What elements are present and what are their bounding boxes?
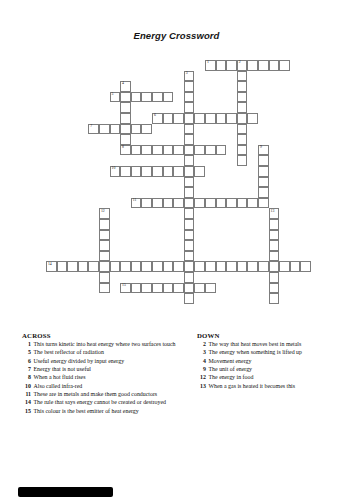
grid-cell[interactable] [120,261,131,272]
grid-cell[interactable] [258,155,269,166]
grid-cell[interactable] [99,261,110,272]
down-clue-13: 13When a gas is heated it becomes this [197,382,349,390]
grid-cell[interactable] [247,113,258,124]
grid-cell[interactable] [237,71,248,82]
grid-cell[interactable] [194,198,205,209]
clue-number: 11 [22,390,34,398]
grid-cell[interactable] [237,261,248,272]
grid-cell[interactable]: 1 [205,60,216,71]
across-clue-8: 8When a hot fluid rises [22,373,196,381]
cell-number: 13 [270,210,274,214]
grid-cell[interactable] [152,198,163,209]
grid-cell[interactable] [216,198,227,209]
clue-text: The rule that says energy cannot be crea… [34,398,197,406]
across-clue-6: 6Useful energy divided by input energy [22,357,196,365]
grid-cell[interactable] [205,198,216,209]
grid-cell[interactable] [141,145,152,156]
cell-number: 5 [111,93,113,97]
grid-cell[interactable] [184,134,195,145]
clue-text: Movement energy [209,357,350,365]
grid-cell[interactable] [131,283,142,294]
grid-cell[interactable] [173,166,184,177]
grid-cell[interactable] [269,283,280,294]
across-header: ACROSS [22,331,196,340]
grid-cell[interactable] [141,283,152,294]
clue-number: 1 [22,340,34,348]
down-clue-3: 3The energy when something is lifted up [197,348,349,356]
grid-cell[interactable] [131,145,142,156]
clue-number: 10 [22,382,34,390]
grid-cell[interactable] [120,124,131,135]
grid-cell[interactable] [184,272,195,283]
clue-text: Useful energy divided by input energy [34,357,197,365]
cell-number: 12 [101,210,105,214]
grid-cell[interactable] [163,166,174,177]
grid-cell[interactable] [57,261,68,272]
grid-cell[interactable] [141,92,152,103]
grid-cell[interactable]: 12 [99,208,110,219]
grid-cell[interactable]: 11 [131,198,142,209]
grid-cell[interactable] [163,145,174,156]
grid-cell[interactable] [99,230,110,241]
clue-number: 2 [197,340,209,348]
grid-cell[interactable] [163,261,174,272]
clue-text: The best reflector of radiation [34,348,197,356]
grid-cell[interactable] [120,113,131,124]
grid-cell[interactable] [237,198,248,209]
grid-cell[interactable] [152,145,163,156]
grid-cell[interactable] [247,60,258,71]
grid-cell[interactable] [99,272,110,283]
grid-cell[interactable] [152,166,163,177]
grid-cell[interactable] [247,261,258,272]
grid-cell[interactable] [67,261,78,272]
grid-cell[interactable] [88,261,99,272]
grid-cell[interactable] [205,283,216,294]
grid-cell[interactable] [205,261,216,272]
cell-number: 8 [122,146,124,150]
grid-cell[interactable] [184,230,195,241]
clue-number: 13 [197,382,209,390]
grid-cell[interactable] [184,219,195,230]
grid-cell[interactable] [120,92,131,103]
grid-cell[interactable] [99,124,110,135]
grid-cell[interactable] [205,113,216,124]
down-clue-12: 12The energy in food [197,373,349,381]
grid-cell[interactable] [173,198,184,209]
grid-cell[interactable]: 8 [120,145,131,156]
grid-cell[interactable] [99,219,110,230]
clue-text: The energy in food [209,373,350,381]
grid-cell[interactable] [216,60,227,71]
across-clue-list: 1This turns kinetic into heat energy whe… [22,340,196,415]
cell-number: 15 [122,284,126,288]
grid-cell[interactable] [216,113,227,124]
clue-number: 3 [197,348,209,356]
grid-cell[interactable] [194,113,205,124]
grid-cell[interactable] [184,293,195,304]
across-clue-1: 1This turns kinetic into heat energy whe… [22,340,196,348]
grid-cell[interactable] [184,198,195,209]
clue-text: This turns kinetic into heat energy wher… [34,340,197,348]
cell-number: 4 [122,82,124,86]
grid-cell[interactable] [226,261,237,272]
clue-text: The way that heat moves best in metals [209,340,350,348]
cell-number: 6 [154,114,156,118]
clue-text: The energy when something is lifted up [209,348,350,356]
clue-number: 12 [197,373,209,381]
grid-cell[interactable] [163,283,174,294]
grid-cell[interactable] [269,60,280,71]
grid-cell[interactable] [131,124,142,135]
grid-cell[interactable] [269,240,280,251]
grid-cell[interactable] [141,261,152,272]
grid-cell[interactable] [269,293,280,304]
clue-text: These are in metals and make them good c… [34,390,197,398]
grid-cell[interactable] [269,261,280,272]
grid-cell[interactable]: 13 [269,208,280,219]
grid-cell[interactable] [237,124,248,135]
cell-number: 14 [48,263,52,267]
grid-cell[interactable] [110,261,121,272]
grid-cell[interactable] [184,240,195,251]
grid-cell[interactable] [184,124,195,135]
grid-cell[interactable] [173,145,184,156]
grid-cell[interactable] [184,145,195,156]
clue-number: 7 [22,365,34,373]
grid-cell[interactable] [141,198,152,209]
clue-text: When a gas is heated it becomes this [209,382,350,390]
grid-cell[interactable] [258,60,269,71]
grid-cell[interactable] [173,261,184,272]
grid-cell[interactable] [152,92,163,103]
grid-cell[interactable] [184,166,195,177]
cell-number: 2 [239,61,241,65]
grid-cell[interactable] [300,261,311,272]
grid-cell[interactable]: 5 [110,92,121,103]
clue-text: Energy that is not useful [34,365,197,373]
grid-cell[interactable] [226,198,237,209]
grid-cell[interactable] [184,283,195,294]
clue-text: When a hot fluid rises [34,373,197,381]
across-clue-5: 5The best reflector of radiation [22,348,196,356]
grid-cell[interactable] [290,261,301,272]
down-clue-list: 2The way that heat moves best in metals3… [197,340,349,390]
grid-cell[interactable] [184,102,195,113]
grid-cell[interactable]: 7 [88,124,99,135]
crossword-grid: 123456789101112131415 [46,60,312,305]
grid-cell[interactable] [269,272,280,283]
grid-cell[interactable] [173,113,184,124]
grid-cell[interactable] [258,198,269,209]
grid-cell[interactable] [216,261,227,272]
grid-cell[interactable] [184,208,195,219]
grid-cell[interactable] [184,251,195,262]
grid-cell[interactable] [120,102,131,113]
grid-cell[interactable] [141,124,152,135]
across-clue-15: 15This colour is the best emitter of hea… [22,407,196,415]
down-clue-2: 2The way that heat moves best in metals [197,340,349,348]
worksheet-page: Energy Crossword 123456789101112131415 A… [0,0,353,500]
grid-cell[interactable] [226,113,237,124]
grid-cell[interactable] [258,166,269,177]
grid-cell[interactable]: 6 [152,113,163,124]
grid-cell[interactable] [216,145,227,156]
grid-cell[interactable] [247,198,258,209]
grid-cell[interactable]: 4 [120,81,131,92]
clues-down-section: DOWN 2The way that heat moves best in me… [197,331,349,390]
grid-cell[interactable]: 9 [258,145,269,156]
cell-number: 11 [133,199,137,203]
clue-text: Also called infra-red [34,382,197,390]
cell-number: 10 [111,167,115,171]
down-clue-4: 4Movement energy [197,357,349,365]
grid-cell[interactable] [237,155,248,166]
across-clue-7: 7Energy that is not useful [22,365,196,373]
grid-cell[interactable] [237,102,248,113]
grid-cell[interactable]: 2 [237,60,248,71]
grid-cell[interactable] [99,251,110,262]
grid-cell[interactable] [184,113,195,124]
grid-cell[interactable] [194,261,205,272]
across-clue-11: 11These are in metals and make them good… [22,390,196,398]
grid-cell[interactable] [237,134,248,145]
grid-cell[interactable] [269,219,280,230]
grid-cell[interactable] [237,92,248,103]
clue-number: 9 [197,365,209,373]
grid-cell[interactable] [258,261,269,272]
grid-cell[interactable] [78,261,89,272]
cell-number: 7 [90,125,92,129]
grid-cell[interactable] [163,113,174,124]
cell-number: 3 [186,72,188,76]
grid-cell[interactable] [205,145,216,156]
grid-cell[interactable] [237,145,248,156]
grid-cell[interactable] [184,177,195,188]
grid-cell[interactable] [141,166,152,177]
clue-number: 5 [22,348,34,356]
down-clue-9: 9The unit of energy [197,365,349,373]
cell-number: 9 [260,146,262,150]
grid-cell[interactable]: 14 [46,261,57,272]
grid-cell[interactable] [269,251,280,262]
clue-number: 4 [197,357,209,365]
grid-cell[interactable] [258,177,269,188]
grid-cell[interactable] [152,261,163,272]
grid-cell[interactable] [110,124,121,135]
clues-across-section: ACROSS 1This turns kinetic into heat ene… [22,331,196,415]
grid-cell[interactable] [184,155,195,166]
grid-cell[interactable] [194,283,205,294]
grid-cell[interactable] [173,283,184,294]
grid-cell[interactable] [269,230,280,241]
down-header: DOWN [197,331,349,340]
grid-cell[interactable] [184,81,195,92]
page-title: Energy Crossword [0,30,353,41]
clue-number: 6 [22,357,34,365]
grid-cell[interactable] [120,166,131,177]
grid-cell[interactable] [237,113,248,124]
across-clue-10: 10Also called infra-red [22,382,196,390]
grid-cell[interactable] [279,60,290,71]
grid-cell[interactable] [163,198,174,209]
grid-cell[interactable] [131,261,142,272]
grid-cell[interactable] [120,134,131,145]
grid-cell[interactable] [163,92,174,103]
grid-cell[interactable] [184,92,195,103]
grid-cell[interactable] [226,60,237,71]
across-clue-14: 14The rule that says energy cannot be cr… [22,398,196,406]
clue-text: The unit of energy [209,365,350,373]
grid-cell[interactable] [258,187,269,198]
grid-cell[interactable]: 10 [110,166,121,177]
clue-text: This colour is the best emitter of heat … [34,407,197,415]
clue-number: 8 [22,373,34,381]
grid-cell[interactable] [99,240,110,251]
grid-cell[interactable] [279,261,290,272]
cell-number: 1 [207,61,209,65]
grid-cell[interactable] [194,166,205,177]
footer-bar [18,487,113,497]
grid-cell[interactable] [237,81,248,92]
grid-cell[interactable]: 15 [120,283,131,294]
grid-cell[interactable] [131,166,142,177]
grid-cell[interactable] [184,261,195,272]
grid-cell[interactable] [152,283,163,294]
grid-cell[interactable] [99,283,110,294]
clue-number: 15 [22,407,34,415]
grid-cell[interactable] [194,145,205,156]
grid-cell[interactable] [184,187,195,198]
clue-number: 14 [22,398,34,406]
grid-cell[interactable]: 3 [184,71,195,82]
grid-cell[interactable] [131,92,142,103]
